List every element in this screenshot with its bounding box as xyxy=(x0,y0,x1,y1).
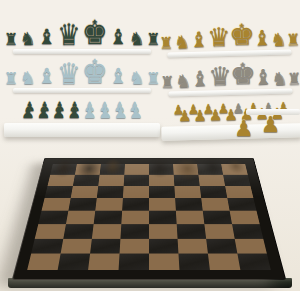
acrylic-stand-base xyxy=(4,123,160,137)
board-square xyxy=(98,175,124,186)
brass-knight: ♞ xyxy=(270,31,284,49)
board-square xyxy=(124,164,149,175)
brass-pawn: ♟ xyxy=(178,109,192,124)
board-square xyxy=(200,186,228,198)
board-square xyxy=(63,224,93,238)
board-square xyxy=(206,238,237,253)
board-square xyxy=(121,211,149,224)
verdigris-rook: ♜ xyxy=(146,32,160,48)
board-square xyxy=(227,198,256,211)
board-square xyxy=(120,224,149,238)
verdigris-rook: ♜ xyxy=(4,32,18,48)
silver-bishop: ♝ xyxy=(254,67,270,88)
board-square xyxy=(27,254,60,270)
board-square xyxy=(124,175,149,186)
lightblue-pawn: ♟ xyxy=(129,106,142,121)
board-square xyxy=(174,175,200,186)
board-square xyxy=(119,254,149,270)
verdigris-pawn: ♟ xyxy=(21,106,34,121)
silver-knight: ♞ xyxy=(175,72,189,90)
brass-rook: ♜ xyxy=(286,32,299,48)
lightblue-bishop: ♝ xyxy=(109,66,127,87)
board-square xyxy=(95,198,123,211)
board-square xyxy=(68,198,96,211)
silver-queen: ♛ xyxy=(208,63,228,90)
board-square xyxy=(88,254,119,270)
board-square xyxy=(149,186,175,198)
brass-pawn: ♟ xyxy=(209,108,223,123)
lightblue-bishop: ♝ xyxy=(37,66,55,87)
board-gloss-sheen xyxy=(13,158,285,279)
silver-rook: ♜ xyxy=(287,71,300,87)
board-square xyxy=(230,211,260,224)
board-square xyxy=(31,238,63,253)
board-square xyxy=(90,238,120,253)
verdigris-king: ♚ xyxy=(82,17,107,50)
board-square xyxy=(178,238,208,253)
board-square xyxy=(149,198,176,211)
board-square xyxy=(235,238,267,253)
board-square xyxy=(122,198,149,211)
verdigris-knight: ♞ xyxy=(129,30,145,48)
brass-pawn: ♟ xyxy=(234,118,254,140)
board-square xyxy=(75,164,101,175)
board-square xyxy=(73,175,100,186)
verdigris-queen: ♛ xyxy=(57,20,79,50)
verdigris-bishop: ♝ xyxy=(37,27,55,48)
silver-king: ♚ xyxy=(230,59,253,89)
silver-rook: ♜ xyxy=(160,74,173,90)
board-square xyxy=(48,175,75,186)
board-square xyxy=(92,224,121,238)
board-square xyxy=(178,254,209,270)
board-square xyxy=(175,198,203,211)
brass-pawn: ♟ xyxy=(193,109,207,124)
board-square xyxy=(203,211,232,224)
silver-bishop: ♝ xyxy=(190,69,206,90)
board-square xyxy=(97,186,124,198)
lightblue-pawn: ♟ xyxy=(83,106,96,121)
verdigris-pawn: ♟ xyxy=(37,106,50,121)
lightblue-pawn: ♟ xyxy=(98,106,111,121)
board-reflections xyxy=(38,158,260,185)
brass-queen: ♛ xyxy=(207,24,227,51)
brass-bishop: ♝ xyxy=(189,30,205,51)
board-square xyxy=(237,254,270,270)
board-square xyxy=(42,198,71,211)
verdigris-bishop: ♝ xyxy=(109,27,127,48)
brass-bishop: ♝ xyxy=(252,28,268,49)
board-square xyxy=(123,186,149,198)
left-piece-stand: ♜♞♝♛♚♝♞♜♜♞♝♛♚♝♞♜♟♟♟♟♟♟♟♟♟♟♟♟♟♟♟♟ xyxy=(4,6,160,137)
board-square xyxy=(149,211,177,224)
left-stand-pawn-front-row: ♟♟♟♟♟♟♟♟ xyxy=(4,106,160,121)
board-square xyxy=(149,164,174,175)
board-square xyxy=(58,254,90,270)
right-stand-middle-row: ♜♞♝♛♚♝♞♜ xyxy=(160,53,300,91)
left-stand-middle-row: ♜♞♝♛♚♝♞♜ xyxy=(4,53,160,87)
board-square xyxy=(149,175,174,186)
board-square xyxy=(35,224,66,238)
left-stand-back-row: ♜♞♝♛♚♝♞♜ xyxy=(4,6,160,48)
board-square xyxy=(221,164,248,175)
lightblue-rook: ♜ xyxy=(146,71,160,87)
board-square xyxy=(177,224,206,238)
lightblue-pawn: ♟ xyxy=(114,106,127,121)
board-side-edge xyxy=(8,278,292,288)
board-square xyxy=(45,186,73,198)
brass-king: ♚ xyxy=(229,20,252,50)
right-stand-back-row: ♜♞♝♛♚♝♞♜ xyxy=(158,6,299,52)
silver-knight: ♞ xyxy=(271,70,285,88)
board-square xyxy=(50,164,77,175)
lightblue-queen: ♛ xyxy=(57,59,79,89)
board-square xyxy=(100,164,125,175)
verdigris-knight: ♞ xyxy=(20,30,36,48)
brass-knight: ♞ xyxy=(174,33,188,51)
table-pawns: ♟♟ xyxy=(234,114,280,140)
brass-pawn: ♟ xyxy=(261,114,281,136)
board-square xyxy=(120,238,149,253)
chess-set-photo: ♜♞♝♛♚♝♞♜♜♞♝♛♚♝♞♜♟♟♟♟♟♟♟♟♟♟♟♟♟♟♟♟ ♜♞♝♛♚♝♞… xyxy=(0,0,300,291)
board-square xyxy=(225,186,253,198)
lightblue-knight: ♞ xyxy=(20,69,36,87)
board-square xyxy=(173,164,198,175)
board-square xyxy=(204,224,234,238)
brass-rook: ♜ xyxy=(159,36,172,52)
board-square xyxy=(223,175,250,186)
board-square xyxy=(176,211,204,224)
lightblue-knight: ♞ xyxy=(129,69,145,87)
board-square xyxy=(61,238,92,253)
board-square xyxy=(198,175,225,186)
board-square xyxy=(149,238,178,253)
board-square xyxy=(208,254,240,270)
board-square xyxy=(174,186,201,198)
lightblue-king: ♚ xyxy=(82,56,107,89)
verdigris-pawn: ♟ xyxy=(68,106,81,121)
board-square xyxy=(197,164,223,175)
verdigris-pawn: ♟ xyxy=(52,106,65,121)
board-surface xyxy=(13,158,285,279)
board-square xyxy=(149,254,179,270)
board-square xyxy=(71,186,99,198)
board-square xyxy=(149,224,178,238)
board-grid xyxy=(27,164,271,270)
board-square xyxy=(94,211,122,224)
lightblue-rook: ♜ xyxy=(4,71,18,87)
board-square xyxy=(201,198,229,211)
board-square xyxy=(66,211,95,224)
board-square xyxy=(232,224,263,238)
board-square xyxy=(38,211,68,224)
